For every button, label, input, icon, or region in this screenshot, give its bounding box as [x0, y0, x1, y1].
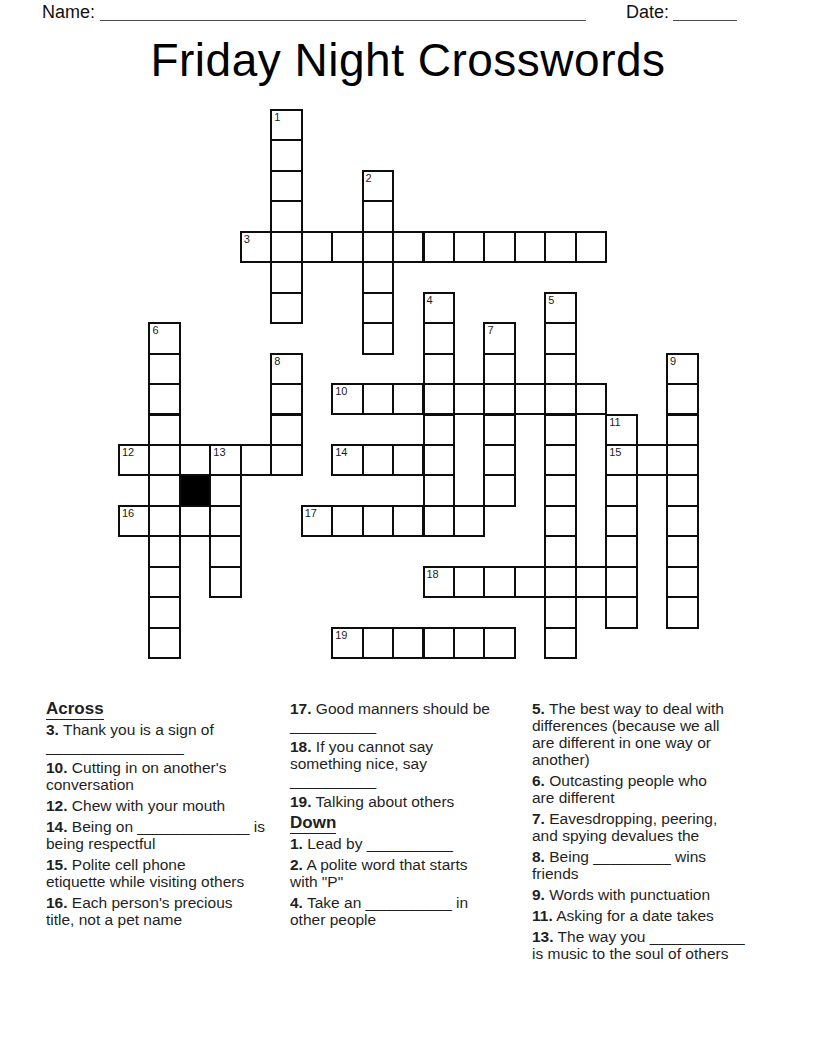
crossword-cell[interactable] — [362, 505, 394, 537]
crossword-cell[interactable] — [483, 627, 515, 659]
name-fill-line[interactable] — [100, 1, 586, 21]
crossword-cell[interactable] — [270, 444, 302, 476]
crossword-cell[interactable] — [453, 505, 485, 537]
cell-number: 4 — [427, 294, 433, 306]
crossword-cell[interactable] — [544, 474, 576, 506]
cell-number: 15 — [609, 446, 621, 458]
crossword-cell[interactable] — [331, 505, 363, 537]
crossword-cell[interactable] — [544, 505, 576, 537]
crossword-cell[interactable] — [362, 444, 394, 476]
cell-number: 1 — [274, 111, 280, 123]
crossword-cell[interactable] — [605, 505, 637, 537]
crossword-cell[interactable] — [148, 505, 180, 537]
crossword-cell[interactable] — [362, 231, 394, 263]
crossword-cell[interactable] — [483, 474, 515, 506]
crossword-cell[interactable] — [605, 535, 637, 567]
down-header: Down — [290, 814, 530, 831]
crossword-cell[interactable] — [148, 627, 180, 659]
crossword-cell[interactable] — [483, 414, 515, 446]
crossword-cell[interactable]: 13 — [209, 444, 241, 476]
crossword-cell[interactable] — [270, 414, 302, 446]
crossword-cell[interactable] — [575, 231, 607, 263]
crossword-cell[interactable]: 5 — [544, 292, 576, 324]
crossword-cell[interactable] — [392, 444, 424, 476]
across-clue-18: 18. If you cannot say something nice, sa… — [290, 738, 530, 789]
across-clue-15: 15. Polite cell phone etiquette while vi… — [46, 856, 288, 890]
down-clue-5: 5. The best way to deal with differences… — [532, 700, 782, 768]
clue-text: Eavesdropping, peering, and spying deval… — [532, 810, 717, 844]
cell-number: 5 — [548, 294, 554, 306]
crossword-cell[interactable] — [544, 322, 576, 354]
down-clue-13: 13. The way you ___________ is music to … — [532, 928, 782, 962]
cell-number: 2 — [366, 172, 372, 184]
crossword-cell[interactable]: 1 — [270, 109, 302, 141]
clue-number: 11. — [532, 907, 553, 924]
crossword-cell[interactable]: 8 — [270, 353, 302, 385]
across-clue-19: 19. Talking about others — [290, 793, 530, 810]
cell-number: 9 — [670, 355, 676, 367]
across-clue-3: 3. Thank you is a sign of ______________… — [46, 721, 288, 755]
cell-number: 6 — [152, 324, 158, 336]
crossword-cell[interactable]: 18 — [423, 566, 455, 598]
crossword-cell[interactable] — [148, 474, 180, 506]
down-clue-6: 6. Outcasting people who are different — [532, 772, 782, 806]
across-clue-16: 16. Each person's precious title, not a … — [46, 894, 288, 928]
crossword-cell[interactable] — [362, 383, 394, 415]
crossword-cell[interactable] — [453, 231, 485, 263]
crossword-cell[interactable] — [148, 383, 180, 415]
across-header: Across — [46, 700, 288, 717]
black-cell — [179, 474, 211, 506]
crossword-cell[interactable] — [544, 353, 576, 385]
crossword-cell[interactable] — [544, 535, 576, 567]
across-clues-column: Across 3. Thank you is a sign of _______… — [46, 700, 288, 932]
clue-text: Being on _____________ is being respectf… — [46, 818, 265, 852]
crossword-cell[interactable] — [270, 231, 302, 263]
down-clue-7: 7. Eavesdropping, peering, and spying de… — [532, 810, 782, 844]
clue-text: Polite cell phone etiquette while visiti… — [46, 856, 244, 890]
across-clue-12: 12. Chew with your mouth — [46, 797, 288, 814]
crossword-cell[interactable] — [605, 596, 637, 628]
crossword-cell[interactable] — [392, 627, 424, 659]
clue-number: 18. — [290, 738, 312, 755]
down-clues-column: 5. The best way to deal with differences… — [532, 700, 782, 966]
crossword-cell[interactable] — [209, 505, 241, 537]
clue-number: 2. — [290, 856, 303, 873]
clue-number: 4. — [290, 894, 303, 911]
down-clue-2: 2. A polite word that starts with "P" — [290, 856, 530, 890]
down-clue-11: 11. Asking for a date takes — [532, 907, 782, 924]
crossword-cell[interactable] — [666, 566, 698, 598]
clue-number: 14. — [46, 818, 68, 835]
cell-number: 12 — [122, 446, 134, 458]
cell-number: 8 — [274, 355, 280, 367]
crossword-cell[interactable]: 3 — [240, 231, 272, 263]
crossword-grid: 12345678910111213141516171819 — [118, 109, 700, 661]
crossword-cell[interactable] — [544, 627, 576, 659]
crossword-cell[interactable]: 16 — [118, 505, 150, 537]
clue-number: 7. — [532, 810, 545, 827]
clue-number: 16. — [46, 894, 68, 911]
crossword-cell[interactable] — [148, 535, 180, 567]
clue-text: The best way to deal with differences (b… — [532, 700, 724, 768]
crossword-cell[interactable] — [392, 231, 424, 263]
crossword-cell[interactable] — [544, 414, 576, 446]
crossword-cell[interactable]: 6 — [148, 322, 180, 354]
clue-text: Outcasting people who are different — [532, 772, 707, 806]
name-label: Name: — [42, 2, 95, 23]
crossword-cell[interactable] — [453, 383, 485, 415]
clue-text: If you cannot say something nice, say __… — [290, 738, 433, 789]
cell-number: 11 — [609, 416, 620, 428]
clue-text: Talking about others — [312, 793, 455, 810]
clue-number: 17. — [290, 700, 312, 717]
crossword-cell[interactable] — [209, 474, 241, 506]
clue-text: The way you ___________ is music to the … — [532, 928, 745, 962]
crossword-cell[interactable] — [392, 505, 424, 537]
clue-number: 8. — [532, 848, 545, 865]
middle-clues-column: 17. Good manners should be __________18.… — [290, 700, 530, 932]
cell-number: 19 — [335, 629, 347, 641]
crossword-cell[interactable]: 19 — [331, 627, 363, 659]
crossword-cell[interactable]: 14 — [331, 444, 363, 476]
crossword-cell[interactable] — [423, 322, 455, 354]
cell-number: 18 — [427, 568, 439, 580]
cell-number: 13 — [213, 446, 225, 458]
crossword-cell[interactable] — [362, 261, 394, 293]
down-clue-1: 1. Lead by __________ — [290, 835, 530, 852]
across-clue-17: 17. Good manners should be __________ — [290, 700, 530, 734]
crossword-cell[interactable]: 2 — [362, 170, 394, 202]
crossword-cell[interactable] — [483, 353, 515, 385]
cell-number: 14 — [335, 446, 347, 458]
crossword-cell[interactable] — [392, 383, 424, 415]
cell-number: 17 — [305, 507, 317, 519]
crossword-cell[interactable] — [331, 231, 363, 263]
clue-text: Take an __________ in other people — [290, 894, 468, 928]
crossword-cell[interactable] — [270, 200, 302, 232]
crossword-cell[interactable] — [544, 596, 576, 628]
cell-number: 7 — [487, 324, 493, 336]
crossword-cell[interactable] — [362, 322, 394, 354]
crossword-cell[interactable] — [483, 231, 515, 263]
clue-text: Lead by __________ — [303, 835, 453, 852]
crossword-cell[interactable] — [666, 414, 698, 446]
crossword-cell[interactable] — [270, 139, 302, 171]
cell-number: 16 — [122, 507, 134, 519]
crossword-cell[interactable] — [423, 383, 455, 415]
crossword-cell[interactable] — [666, 474, 698, 506]
crossword-cell[interactable] — [666, 535, 698, 567]
crossword-cell[interactable] — [423, 231, 455, 263]
crossword-cell[interactable] — [605, 474, 637, 506]
cell-number: 10 — [335, 385, 347, 397]
crossword-cell[interactable] — [148, 444, 180, 476]
crossword-cell[interactable] — [544, 566, 576, 598]
clue-text: Cutting in on another's conversation — [46, 759, 226, 793]
crossword-cell[interactable]: 7 — [483, 322, 515, 354]
crossword-cell[interactable] — [423, 414, 455, 446]
crossword-cell[interactable] — [270, 261, 302, 293]
date-label: Date: — [626, 2, 669, 23]
crossword-cell[interactable] — [666, 383, 698, 415]
across-clue-10: 10. Cutting in on another's conversation — [46, 759, 288, 793]
crossword-cell[interactable]: 11 — [605, 414, 637, 446]
crossword-cell[interactable] — [270, 170, 302, 202]
clue-text: Good manners should be __________ — [290, 700, 490, 734]
crossword-cell[interactable] — [483, 566, 515, 598]
clue-number: 3. — [46, 721, 59, 738]
crossword-cell[interactable] — [666, 444, 698, 476]
clue-number: 12. — [46, 797, 68, 814]
crossword-cell[interactable] — [362, 292, 394, 324]
crossword-cell[interactable] — [666, 505, 698, 537]
page-title: Friday Night Crosswords — [0, 33, 816, 87]
crossword-cell[interactable]: 4 — [423, 292, 455, 324]
crossword-cell[interactable] — [423, 444, 455, 476]
crossword-cell[interactable] — [575, 566, 607, 598]
clue-number: 1. — [290, 835, 303, 852]
crossword-cell[interactable] — [148, 414, 180, 446]
crossword-cell[interactable] — [301, 231, 333, 263]
crossword-cell[interactable] — [148, 566, 180, 598]
clue-text: Asking for a date takes — [553, 907, 714, 924]
crossword-cell[interactable] — [423, 353, 455, 385]
down-clue-9: 9. Words with punctuation — [532, 886, 782, 903]
clue-text: Words with punctuation — [545, 886, 710, 903]
crossword-cell[interactable] — [209, 535, 241, 567]
crossword-cell[interactable] — [423, 505, 455, 537]
clue-number: 19. — [290, 793, 312, 810]
crossword-cell[interactable] — [514, 231, 546, 263]
clue-text: Chew with your mouth — [68, 797, 226, 814]
crossword-cell[interactable] — [483, 383, 515, 415]
crossword-cell[interactable] — [544, 383, 576, 415]
crossword-cell[interactable] — [575, 383, 607, 415]
across-clue-14: 14. Being on _____________ is being resp… — [46, 818, 288, 852]
crossword-cell[interactable] — [514, 566, 546, 598]
clue-number: 6. — [532, 772, 545, 789]
clue-text: Each person's precious title, not a pet … — [46, 894, 233, 928]
crossword-cell[interactable] — [179, 505, 211, 537]
crossword-cell[interactable] — [362, 200, 394, 232]
crossword-cell[interactable] — [362, 627, 394, 659]
clue-text: Thank you is a sign of ________________ — [46, 721, 214, 755]
crossword-cell[interactable] — [483, 444, 515, 476]
crossword-cell[interactable] — [423, 627, 455, 659]
crossword-cell[interactable] — [636, 444, 668, 476]
crossword-cell[interactable]: 17 — [301, 505, 333, 537]
clue-number: 15. — [46, 856, 68, 873]
clue-number: 9. — [532, 886, 545, 903]
crossword-cell[interactable] — [453, 566, 485, 598]
crossword-cell[interactable] — [544, 444, 576, 476]
clue-number: 10. — [46, 759, 68, 776]
crossword-cell[interactable]: 10 — [331, 383, 363, 415]
clue-number: 13. — [532, 928, 554, 945]
page: { "game": "crossword", "position": "....… — [0, 0, 816, 1056]
crossword-cell[interactable] — [544, 231, 576, 263]
clue-number: 5. — [532, 700, 545, 717]
date-fill-line[interactable] — [673, 1, 737, 21]
cell-number: 3 — [244, 233, 250, 245]
crossword-cell[interactable] — [209, 566, 241, 598]
crossword-cell[interactable] — [270, 383, 302, 415]
crossword-cell[interactable] — [605, 566, 637, 598]
crossword-cell[interactable] — [240, 444, 272, 476]
down-clue-8: 8. Being _________ wins friends — [532, 848, 782, 882]
crossword-cell[interactable] — [148, 353, 180, 385]
down-clue-4: 4. Take an __________ in other people — [290, 894, 530, 928]
crossword-cell[interactable] — [423, 474, 455, 506]
crossword-cell[interactable]: 12 — [118, 444, 150, 476]
crossword-cell[interactable] — [666, 596, 698, 628]
clue-text: A polite word that starts with "P" — [290, 856, 468, 890]
crossword-cell[interactable]: 9 — [666, 353, 698, 385]
crossword-cell[interactable]: 15 — [605, 444, 637, 476]
crossword-cell[interactable] — [179, 444, 211, 476]
crossword-cell[interactable] — [453, 627, 485, 659]
crossword-cell[interactable] — [270, 292, 302, 324]
clue-text: Being _________ wins friends — [532, 848, 706, 882]
crossword-cell[interactable] — [514, 383, 546, 415]
crossword-cell[interactable] — [148, 596, 180, 628]
